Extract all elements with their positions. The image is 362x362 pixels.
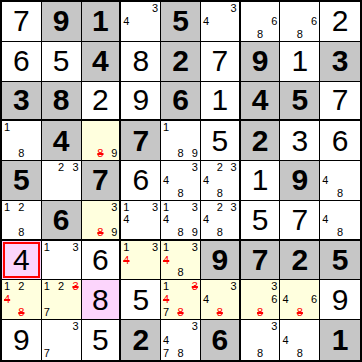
pencil-mark: 3	[266, 321, 278, 334]
cell-r9c5[interactable]: 3478	[161, 320, 201, 360]
given-digit: 4	[241, 82, 280, 120]
solved-digit: 7	[2, 2, 41, 41]
given-digit: 2	[241, 121, 280, 160]
cell-r9c9[interactable]: 1	[320, 320, 360, 360]
cell-r4c8[interactable]: 3	[280, 121, 320, 161]
cell-r8c8[interactable]: 468	[280, 280, 320, 320]
pencil-mark: 6	[266, 15, 278, 27]
cell-r6c6[interactable]: 2348	[201, 201, 241, 241]
solved-digit: 5	[42, 42, 81, 81]
pencil-marks: 68	[243, 3, 278, 40]
given-digit: 6	[201, 320, 239, 360]
given-digit: 6	[161, 82, 200, 120]
solved-digit: 7	[280, 201, 319, 239]
cell-r2c4[interactable]: 8	[121, 42, 161, 82]
cell-r2c6[interactable]: 7	[201, 42, 241, 82]
pencil-marks: 1248	[4, 281, 39, 318]
solved-digit: 9	[320, 280, 360, 319]
pencil-mark: 8	[175, 266, 187, 278]
pencil-marks: 1237	[44, 281, 79, 318]
pencil-mark: 3	[67, 321, 79, 334]
given-digit: 5	[280, 82, 319, 120]
given-digit: 7	[121, 121, 160, 160]
given-digit: 5	[161, 2, 200, 41]
solved-digit: 5	[82, 320, 120, 360]
pencil-mark: 3	[186, 242, 198, 254]
pencil-marks: 38	[243, 321, 278, 359]
given-digit: 1	[320, 320, 360, 360]
cell-r8c4[interactable]: 5	[121, 280, 161, 320]
pencil-marks: 13489	[163, 202, 198, 238]
pencil-marks: 3478	[163, 321, 198, 359]
solved-digit: 9	[121, 82, 160, 120]
pencil-mark: 8	[254, 346, 266, 359]
pencil-marks: 23	[44, 162, 79, 199]
cell-r9c6[interactable]: 6	[201, 320, 241, 360]
cell-r6c2[interactable]: 6	[42, 201, 82, 241]
pencil-mark: 7	[163, 306, 175, 318]
pencil-mark: 2	[214, 162, 225, 174]
pencil-mark: 1	[44, 281, 56, 293]
solved-digit: 9	[2, 320, 41, 360]
pencil-marks: 37	[44, 321, 79, 359]
cell-r5c7[interactable]: 1	[241, 161, 281, 201]
pencil-mark: 8	[175, 147, 187, 159]
solved-digit: 7	[201, 42, 239, 81]
pencil-marks: 13478	[163, 281, 198, 318]
pencil-mark: 7	[44, 306, 56, 318]
given-digit: 2	[280, 241, 319, 280]
cell-r2c2[interactable]: 5	[42, 42, 82, 82]
pencil-mark: 3	[186, 162, 198, 174]
pencil-mark: 2	[16, 202, 28, 214]
cell-r4c6[interactable]: 5	[201, 121, 241, 161]
cell-r2c3[interactable]: 4	[82, 42, 122, 82]
pencil-mark: 8	[175, 187, 187, 199]
cell-r8c9[interactable]: 9	[320, 280, 360, 320]
cell-r3c5[interactable]: 6	[161, 82, 201, 122]
pencil-marks: 189	[163, 122, 198, 159]
pencil-mark: 1	[123, 202, 135, 214]
cell-r8c1[interactable]: 1248	[2, 280, 42, 320]
cell-r7c4[interactable]: 134	[121, 241, 161, 281]
pencil-marks: 134	[123, 242, 158, 279]
pencil-mark-eliminated: 8	[214, 306, 225, 318]
solved-digit: 3	[280, 121, 319, 160]
cell-r2c7[interactable]: 9	[241, 42, 281, 82]
pencil-mark: 8	[175, 226, 187, 238]
cell-r7c3[interactable]: 6	[82, 241, 122, 281]
pencil-mark-eliminated: 3	[67, 281, 79, 293]
solved-digit: 7	[320, 82, 360, 120]
pencil-mark: 2	[16, 281, 28, 293]
cell-r1c5[interactable]: 5	[161, 2, 201, 42]
pencil-mark: 1	[163, 202, 175, 214]
pencil-mark: 4	[203, 214, 214, 226]
pencil-mark: 1	[163, 281, 175, 293]
pencil-marks: 128	[4, 202, 39, 238]
pencil-mark: 2	[214, 202, 225, 214]
cell-r4c9[interactable]: 6	[320, 121, 360, 161]
solved-digit: 8	[82, 280, 120, 319]
cell-r9c3[interactable]: 5	[82, 320, 122, 360]
cell-r9c4[interactable]: 2	[121, 320, 161, 360]
pencil-mark: 4	[282, 334, 294, 347]
given-digit: 5	[320, 241, 360, 280]
pencil-marks: 348	[203, 281, 237, 318]
pencil-mark: 3	[67, 162, 79, 174]
cell-r6c9[interactable]: 48	[320, 201, 360, 241]
pencil-marks: 348	[163, 162, 198, 199]
cell-r9c7[interactable]: 38	[241, 320, 281, 360]
cell-r4c1[interactable]: 18	[2, 121, 42, 161]
pencil-mark: 8	[16, 147, 28, 159]
solved-digit: 1	[201, 82, 239, 120]
pencil-marks: 89	[84, 122, 118, 159]
pencil-marks: 18	[4, 122, 39, 159]
cell-r4c4[interactable]: 7	[121, 121, 161, 161]
cell-r3c6[interactable]: 1	[201, 82, 241, 122]
pencil-mark: 6	[266, 294, 278, 306]
pencil-mark-eliminated: 8	[175, 306, 187, 318]
cell-r2c5[interactable]: 2	[161, 42, 201, 82]
pencil-mark: 3	[186, 321, 198, 334]
pencil-mark: 6	[306, 15, 318, 27]
pencil-mark: 1	[4, 202, 16, 214]
solved-digit: 6	[320, 121, 360, 160]
pencil-mark: 8	[254, 28, 266, 40]
pencil-marks: 2348	[203, 202, 237, 238]
pencil-marks: 389	[84, 202, 118, 238]
pencil-mark: 3	[225, 162, 236, 174]
solved-digit: 5	[241, 201, 280, 239]
solved-digit: 4	[2, 241, 41, 280]
given-digit: 3	[320, 42, 360, 81]
given-digit: 7	[241, 241, 280, 280]
pencil-mark-eliminated: 8	[254, 306, 266, 318]
solved-digit: 8	[121, 42, 160, 81]
cell-r7c6[interactable]: 9	[201, 241, 241, 281]
pencil-mark: 8	[334, 226, 346, 238]
pencil-mark: 8	[294, 28, 306, 40]
pencil-mark: 7	[44, 346, 56, 359]
pencil-mark: 9	[106, 226, 117, 238]
cell-r2c1[interactable]: 6	[2, 42, 42, 82]
pencil-mark: 4	[203, 15, 214, 27]
pencil-mark: 7	[163, 346, 175, 359]
cell-r7c2[interactable]: 13	[42, 241, 82, 281]
pencil-mark: 4	[203, 174, 214, 186]
cell-r1c7[interactable]: 68	[241, 2, 281, 42]
cell-r2c8[interactable]: 1	[280, 42, 320, 82]
pencil-mark: 1	[4, 281, 16, 293]
pencil-mark-eliminated: 8	[16, 306, 28, 318]
cell-r7c5[interactable]: 1348	[161, 241, 201, 281]
cell-r3c3[interactable]: 2	[82, 82, 122, 122]
pencil-mark: 1	[44, 242, 56, 254]
cell-r5c9[interactable]: 48	[320, 161, 360, 201]
cell-r9c8[interactable]: 48	[280, 320, 320, 360]
cell-r3c9[interactable]: 7	[320, 82, 360, 122]
pencil-mark: 2	[55, 162, 67, 174]
cell-r9c2[interactable]: 37	[42, 320, 82, 360]
cell-r8c2[interactable]: 1237	[42, 280, 82, 320]
pencil-mark-eliminated: 4	[163, 254, 175, 266]
solved-digit: 5	[201, 121, 239, 160]
given-digit: 1	[82, 2, 120, 41]
pencil-mark: 3	[225, 281, 236, 293]
given-digit: 7	[82, 161, 120, 200]
cell-r8c6[interactable]: 348	[201, 280, 241, 320]
pencil-mark: 4	[163, 174, 175, 186]
given-digit: 2	[161, 42, 200, 81]
given-digit: 9	[42, 2, 81, 41]
pencil-mark: 8	[294, 346, 306, 359]
cell-r7c1[interactable]: 4	[2, 241, 42, 281]
cell-r6c7[interactable]: 5	[241, 201, 281, 241]
cell-r8c7[interactable]: 368	[241, 280, 281, 320]
pencil-mark: 4	[203, 294, 214, 306]
pencil-marks: 468	[282, 281, 317, 318]
pencil-mark: 3	[147, 242, 159, 254]
cell-r1c9[interactable]: 2	[320, 2, 360, 42]
pencil-mark: 3	[225, 202, 236, 214]
given-digit: 6	[42, 201, 81, 239]
pencil-mark-eliminated: 8	[95, 147, 106, 159]
given-digit: 9	[241, 42, 280, 81]
pencil-mark: 4	[123, 214, 135, 226]
pencil-marks: 48	[282, 321, 317, 359]
cell-r3c8[interactable]: 5	[280, 82, 320, 122]
cell-r6c4[interactable]: 134	[121, 201, 161, 241]
pencil-mark: 4	[163, 334, 175, 347]
pencil-mark: 8	[334, 187, 346, 199]
solved-digit: 2	[82, 82, 120, 120]
cell-r1c6[interactable]: 34	[201, 2, 241, 42]
solved-digit: 6	[121, 161, 160, 200]
cell-r5c3[interactable]: 7	[82, 161, 122, 201]
pencil-mark: 1	[163, 242, 175, 254]
pencil-mark-eliminated: 3	[186, 281, 198, 293]
pencil-mark-eliminated: 4	[123, 254, 135, 266]
cell-r3c2[interactable]: 8	[42, 82, 82, 122]
pencil-mark: 3	[186, 202, 198, 214]
given-digit: 8	[42, 82, 81, 120]
pencil-mark: 3	[147, 3, 159, 15]
pencil-mark: 3	[225, 3, 236, 15]
solved-digit: 2	[320, 2, 360, 41]
pencil-mark: 6	[306, 294, 318, 306]
pencil-mark: 1	[4, 122, 16, 134]
pencil-mark: 8	[16, 226, 28, 238]
cell-r6c3[interactable]: 389	[82, 201, 122, 241]
given-digit: 4	[82, 42, 120, 81]
solved-digit: 6	[82, 241, 120, 280]
pencil-mark: 3	[67, 242, 79, 254]
pencil-marks: 68	[282, 3, 317, 40]
cell-r8c3[interactable]: 8	[82, 280, 122, 320]
pencil-marks: 13	[44, 242, 79, 279]
given-digit: 9	[201, 241, 239, 280]
pencil-mark: 3	[147, 202, 159, 214]
given-digit: 3	[2, 82, 41, 120]
given-digit: 5	[2, 161, 41, 200]
pencil-marks: 48	[322, 162, 358, 199]
cell-r2c9[interactable]: 3	[320, 42, 360, 82]
solved-digit: 6	[2, 42, 41, 81]
cell-r3c4[interactable]: 9	[121, 82, 161, 122]
cell-r1c3[interactable]: 1	[82, 2, 122, 42]
pencil-mark: 9	[186, 147, 198, 159]
pencil-mark: 1	[163, 122, 175, 134]
pencil-mark: 4	[282, 294, 294, 306]
pencil-mark: 8	[214, 187, 225, 199]
pencil-marks: 48	[322, 202, 358, 238]
cell-r3c7[interactable]: 4	[241, 82, 281, 122]
cell-r4c2[interactable]: 4	[42, 121, 82, 161]
given-digit: 4	[42, 121, 81, 160]
solved-digit: 5	[121, 280, 160, 319]
cell-r5c6[interactable]: 2348	[201, 161, 241, 201]
cell-r5c1[interactable]: 5	[2, 161, 42, 201]
cell-r4c3[interactable]: 89	[82, 121, 122, 161]
cell-r5c5[interactable]: 348	[161, 161, 201, 201]
pencil-marks: 134	[123, 202, 158, 238]
cell-r9c1[interactable]: 9	[2, 320, 42, 360]
cell-r3c1[interactable]: 3	[2, 82, 42, 122]
pencil-mark-eliminated: 4	[4, 294, 16, 306]
cell-r5c2[interactable]: 23	[42, 161, 82, 201]
pencil-mark: 3	[106, 202, 117, 214]
pencil-marks: 34	[203, 3, 237, 40]
cell-r5c4[interactable]: 6	[121, 161, 161, 201]
given-digit: 9	[280, 161, 319, 200]
cell-r4c7[interactable]: 2	[241, 121, 281, 161]
pencil-marks: 368	[243, 281, 278, 318]
pencil-mark: 4	[163, 214, 175, 226]
cell-r7c9[interactable]: 5	[320, 241, 360, 281]
cell-r5c8[interactable]: 9	[280, 161, 320, 201]
pencil-marks: 2348	[203, 162, 237, 199]
given-digit: 2	[121, 320, 160, 360]
pencil-mark: 3	[266, 281, 278, 293]
cell-r1c2[interactable]: 9	[42, 2, 82, 42]
pencil-mark-eliminated: 8	[294, 306, 306, 318]
cell-r6c8[interactable]: 7	[280, 201, 320, 241]
cell-r1c4[interactable]: 34	[121, 2, 161, 42]
pencil-mark: 8	[214, 226, 225, 238]
cell-r7c7[interactable]: 7	[241, 241, 281, 281]
pencil-mark-eliminated: 4	[163, 294, 175, 306]
solved-digit: 1	[280, 42, 319, 81]
sudoku-board: 7913453468682654827913382961457184897189…	[0, 0, 362, 362]
pencil-mark: 1	[123, 242, 135, 254]
pencil-marks: 1348	[163, 242, 198, 279]
cell-r6c5[interactable]: 13489	[161, 201, 201, 241]
cell-r8c5[interactable]: 13478	[161, 280, 201, 320]
pencil-marks: 34	[123, 3, 158, 40]
cell-r6c1[interactable]: 128	[2, 201, 42, 241]
pencil-mark: 4	[123, 15, 135, 27]
cell-r1c8[interactable]: 68	[280, 2, 320, 42]
pencil-mark: 9	[106, 147, 117, 159]
cell-r4c5[interactable]: 189	[161, 121, 201, 161]
cell-r7c8[interactable]: 2	[280, 241, 320, 281]
pencil-mark-eliminated: 8	[95, 226, 106, 238]
pencil-mark: 9	[186, 226, 198, 238]
cell-r1c1[interactable]: 7	[2, 2, 42, 42]
solved-digit: 1	[241, 161, 280, 200]
pencil-mark: 4	[322, 214, 334, 226]
pencil-mark: 4	[322, 174, 334, 186]
pencil-mark: 2	[55, 281, 67, 293]
pencil-mark: 8	[175, 346, 187, 359]
